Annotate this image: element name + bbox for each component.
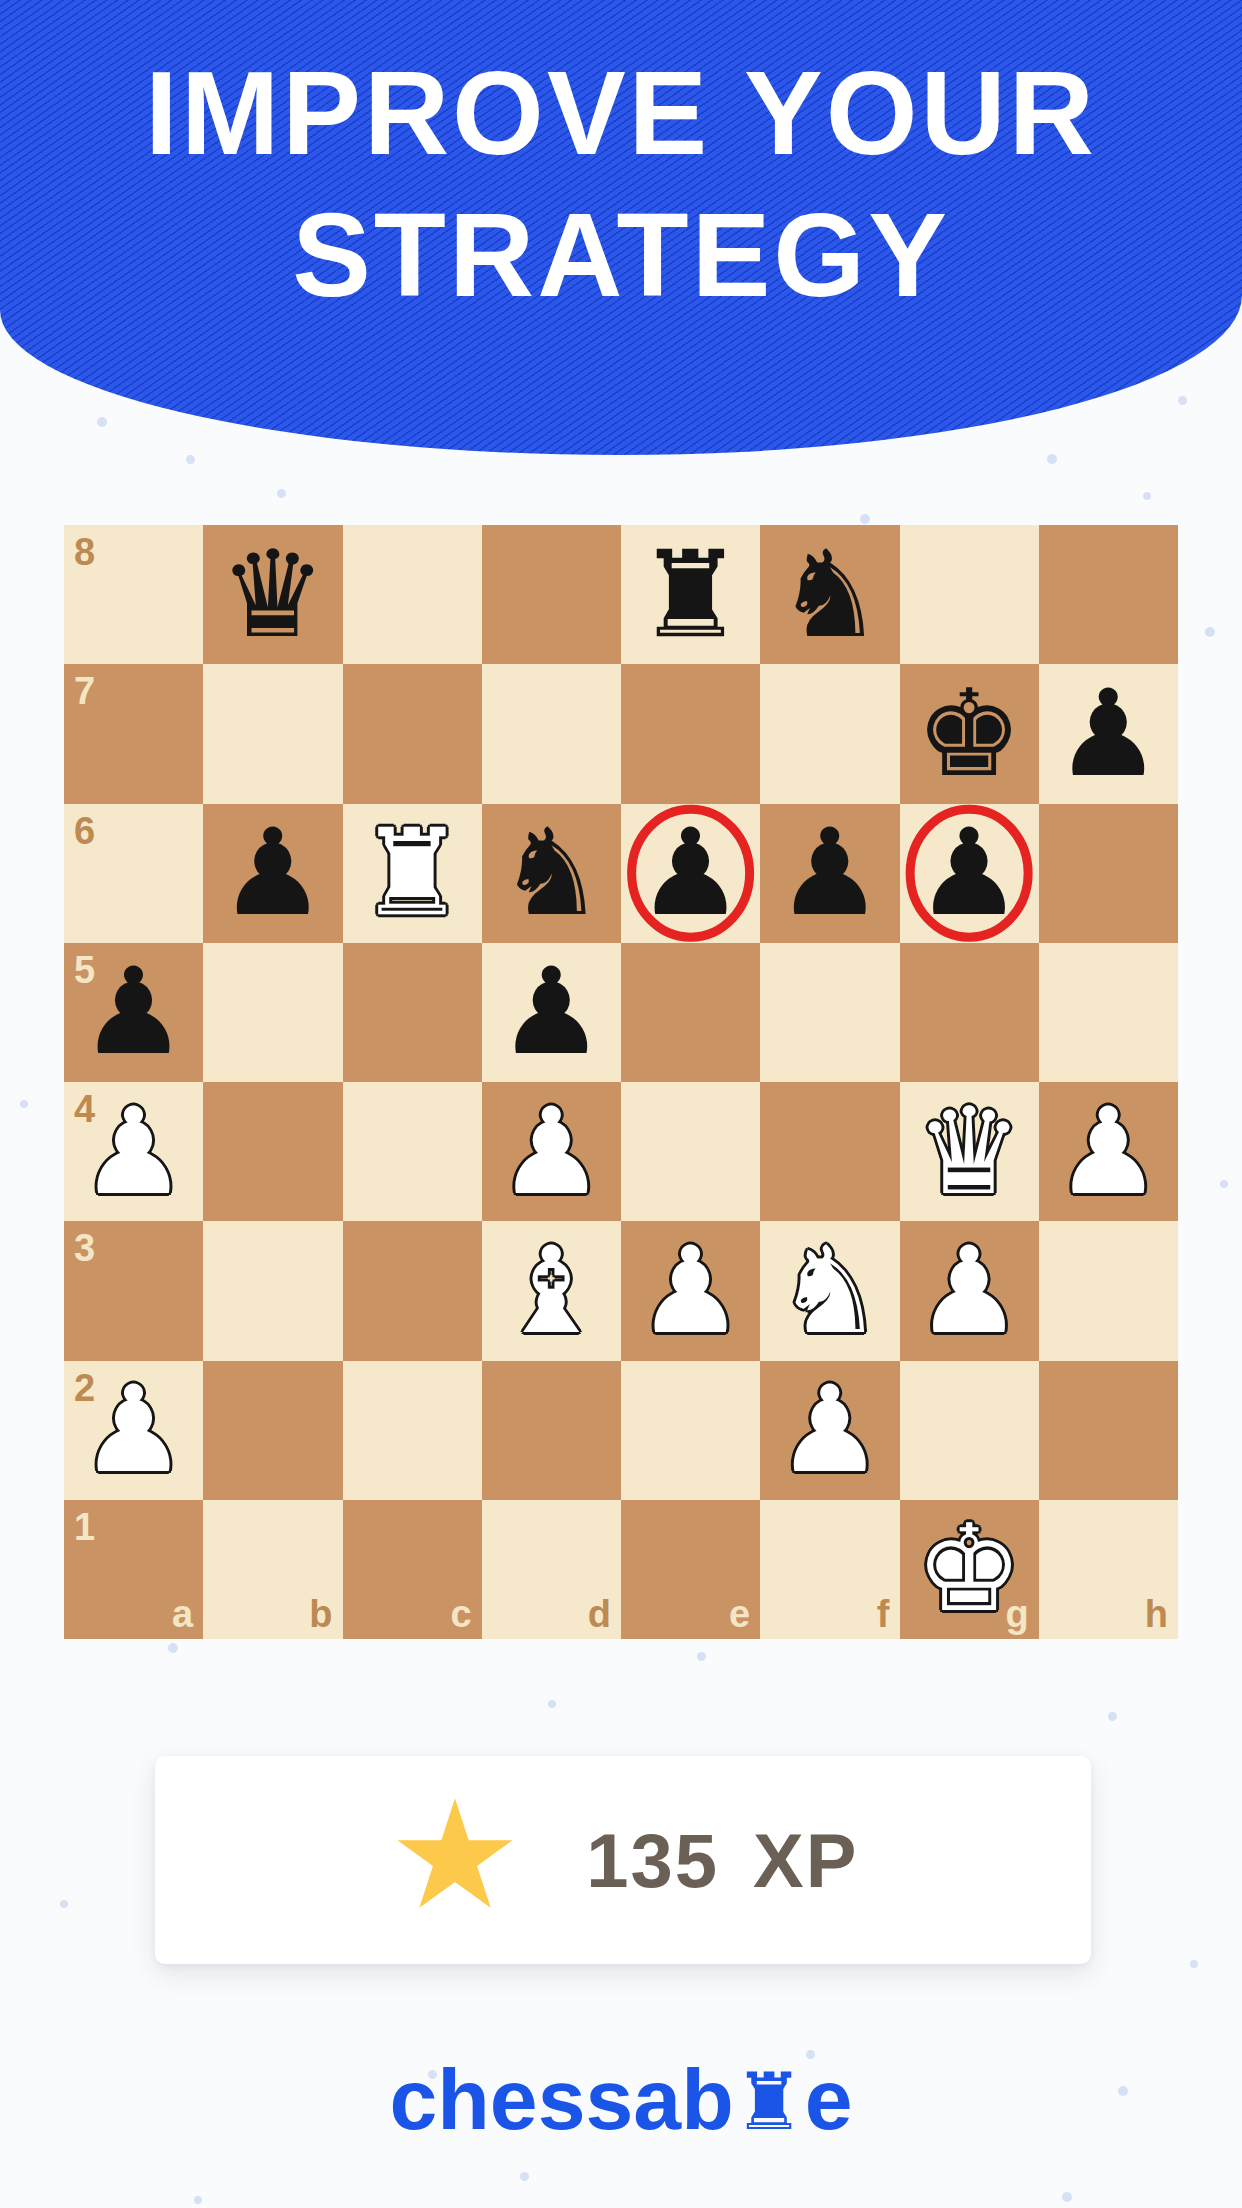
square-f6[interactable]: ♟: [760, 804, 899, 943]
square-d1[interactable]: d: [482, 1500, 621, 1639]
piece-white-pawn[interactable]: ♟: [80, 1092, 188, 1212]
decor-dot: [428, 2070, 437, 2079]
square-b5[interactable]: [203, 943, 342, 1082]
decor-dot: [697, 1652, 706, 1661]
square-a1[interactable]: 1a: [64, 1500, 203, 1639]
file-label-a: a: [172, 1595, 193, 1633]
square-e1[interactable]: e: [621, 1500, 760, 1639]
square-a6[interactable]: 6: [64, 804, 203, 943]
piece-white-pawn[interactable]: ♟: [915, 1231, 1023, 1351]
decor-dot: [277, 489, 286, 498]
piece-white-queen[interactable]: ♛: [915, 1092, 1023, 1212]
square-h7[interactable]: ♟: [1039, 664, 1178, 803]
rank-label-7: 7: [74, 672, 95, 710]
decor-dot: [1220, 1180, 1228, 1188]
logo-text-right: e: [805, 2051, 853, 2147]
decor-dot: [548, 1700, 556, 1708]
decor-dot: [168, 1643, 178, 1653]
decor-dot: [1178, 396, 1187, 405]
rank-label-8: 8: [74, 533, 95, 571]
piece-black-pawn[interactable]: ♟: [498, 952, 606, 1072]
decor-dot: [60, 1900, 68, 1908]
piece-white-king[interactable]: ♚: [915, 1509, 1023, 1629]
square-f4[interactable]: [760, 1082, 899, 1221]
piece-black-pawn[interactable]: ♟: [637, 813, 745, 933]
square-h8[interactable]: [1039, 525, 1178, 664]
chess-board[interactable]: 8♛♜♞7♚♟6♟♜♞♟♟♟5♟♟4♟♟♛♟3♝♟♞♟2♟♟1abcdefg♚h: [64, 525, 1178, 1639]
square-a5[interactable]: 5♟: [64, 943, 203, 1082]
title-line-2: STRATEGY: [0, 184, 1242, 326]
square-c4[interactable]: [343, 1082, 482, 1221]
page-title: IMPROVE YOUR STRATEGY: [0, 0, 1242, 326]
file-label-c: c: [451, 1595, 472, 1633]
piece-white-pawn[interactable]: ♟: [776, 1370, 884, 1490]
file-label-e: e: [729, 1595, 750, 1633]
piece-white-pawn[interactable]: ♟: [637, 1231, 745, 1351]
decor-dot: [806, 2050, 815, 2059]
square-h1[interactable]: h: [1039, 1500, 1178, 1639]
square-b1[interactable]: b: [203, 1500, 342, 1639]
square-f2[interactable]: ♟: [760, 1361, 899, 1500]
piece-black-king[interactable]: ♚: [915, 674, 1023, 794]
square-e2[interactable]: [621, 1361, 760, 1500]
piece-black-pawn[interactable]: ♟: [915, 813, 1023, 933]
square-a3[interactable]: 3: [64, 1221, 203, 1360]
piece-white-rook[interactable]: ♜: [358, 813, 466, 933]
square-b4[interactable]: [203, 1082, 342, 1221]
square-f1[interactable]: f: [760, 1500, 899, 1639]
rank-label-6: 6: [74, 812, 95, 850]
square-h2[interactable]: [1039, 1361, 1178, 1500]
square-c3[interactable]: [343, 1221, 482, 1360]
logo-text-left: chessab: [390, 2051, 734, 2147]
xp-card: ★ 135 XP: [155, 1756, 1091, 1964]
square-d6[interactable]: ♞: [482, 804, 621, 943]
square-b2[interactable]: [203, 1361, 342, 1500]
square-e4[interactable]: [621, 1082, 760, 1221]
square-d3[interactable]: ♝: [482, 1221, 621, 1360]
square-d7[interactable]: [482, 664, 621, 803]
square-f8[interactable]: ♞: [760, 525, 899, 664]
square-d5[interactable]: ♟: [482, 943, 621, 1082]
square-a4[interactable]: 4♟: [64, 1082, 203, 1221]
rank-label-3: 3: [74, 1229, 95, 1267]
piece-black-rook[interactable]: ♜: [637, 535, 745, 655]
piece-black-queen[interactable]: ♛: [219, 535, 327, 655]
square-c6[interactable]: ♜: [343, 804, 482, 943]
square-g5[interactable]: [900, 943, 1039, 1082]
header-banner: IMPROVE YOUR STRATEGY: [0, 0, 1242, 455]
piece-black-knight[interactable]: ♞: [776, 535, 884, 655]
file-label-h: h: [1145, 1595, 1168, 1633]
piece-black-pawn[interactable]: ♟: [776, 813, 884, 933]
square-b8[interactable]: ♛: [203, 525, 342, 664]
square-e6[interactable]: ♟: [621, 804, 760, 943]
decor-dot: [186, 455, 195, 464]
decor-dot: [1143, 492, 1151, 500]
xp-value: 135: [586, 1817, 719, 1904]
chessable-logo: chessab♜e: [0, 2050, 1242, 2149]
square-h6[interactable]: [1039, 804, 1178, 943]
file-label-d: d: [588, 1595, 611, 1633]
piece-black-pawn[interactable]: ♟: [1055, 674, 1163, 794]
piece-black-pawn[interactable]: ♟: [219, 813, 327, 933]
piece-white-pawn[interactable]: ♟: [80, 1370, 188, 1490]
square-h4[interactable]: ♟: [1039, 1082, 1178, 1221]
square-f3[interactable]: ♞: [760, 1221, 899, 1360]
square-f5[interactable]: [760, 943, 899, 1082]
square-a7[interactable]: 7: [64, 664, 203, 803]
piece-black-knight[interactable]: ♞: [498, 813, 606, 933]
square-d8[interactable]: [482, 525, 621, 664]
square-c1[interactable]: c: [343, 1500, 482, 1639]
decor-dot: [1062, 2192, 1072, 2202]
square-b3[interactable]: [203, 1221, 342, 1360]
title-line-1: IMPROVE YOUR: [0, 42, 1242, 184]
square-h3[interactable]: [1039, 1221, 1178, 1360]
square-g7[interactable]: ♚: [900, 664, 1039, 803]
square-c2[interactable]: [343, 1361, 482, 1500]
decor-dot: [20, 1100, 28, 1108]
file-label-b: b: [309, 1595, 332, 1633]
piece-white-knight[interactable]: ♞: [776, 1231, 884, 1351]
piece-white-pawn[interactable]: ♟: [498, 1092, 606, 1212]
decor-dot: [1190, 1960, 1198, 1968]
decor-dot: [1205, 627, 1215, 637]
rank-label-1: 1: [74, 1508, 95, 1546]
piece-black-pawn[interactable]: ♟: [80, 952, 188, 1072]
square-a8[interactable]: 8: [64, 525, 203, 664]
square-d4[interactable]: ♟: [482, 1082, 621, 1221]
square-e8[interactable]: ♜: [621, 525, 760, 664]
star-icon: ★: [388, 1780, 522, 1930]
piece-white-bishop[interactable]: ♝: [498, 1231, 606, 1351]
file-label-f: f: [877, 1595, 890, 1633]
square-g1[interactable]: g♚: [900, 1500, 1039, 1639]
square-h5[interactable]: [1039, 943, 1178, 1082]
decor-dot: [1047, 454, 1057, 464]
square-c8[interactable]: [343, 525, 482, 664]
square-g3[interactable]: ♟: [900, 1221, 1039, 1360]
square-e3[interactable]: ♟: [621, 1221, 760, 1360]
square-e5[interactable]: [621, 943, 760, 1082]
square-g6[interactable]: ♟: [900, 804, 1039, 943]
decor-dot: [1108, 1712, 1117, 1721]
square-c5[interactable]: [343, 943, 482, 1082]
piece-white-pawn[interactable]: ♟: [1055, 1092, 1163, 1212]
decor-dot: [1118, 2086, 1128, 2096]
square-g8[interactable]: [900, 525, 1039, 664]
decor-dot: [97, 417, 107, 427]
decor-dot: [194, 2196, 202, 2204]
square-a2[interactable]: 2♟: [64, 1361, 203, 1500]
square-b7[interactable]: [203, 664, 342, 803]
decor-dot: [520, 2172, 529, 2181]
square-b6[interactable]: ♟: [203, 804, 342, 943]
decor-dot: [860, 514, 870, 524]
xp-unit: XP: [753, 1817, 858, 1904]
square-e7[interactable]: [621, 664, 760, 803]
rook-icon: ♜: [734, 2056, 805, 2148]
square-f7[interactable]: [760, 664, 899, 803]
square-d2[interactable]: [482, 1361, 621, 1500]
xp-label: 135 XP: [586, 1817, 858, 1904]
square-g4[interactable]: ♛: [900, 1082, 1039, 1221]
square-c7[interactable]: [343, 664, 482, 803]
square-g2[interactable]: [900, 1361, 1039, 1500]
